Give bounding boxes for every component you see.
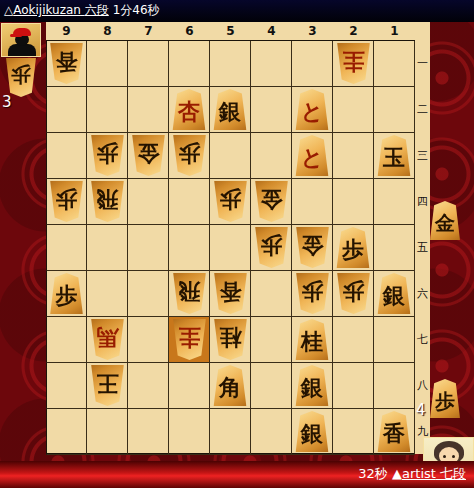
gote-piece-歩-3-6[interactable]: 歩 (294, 273, 331, 314)
square-6-2[interactable]: 杏 (169, 87, 210, 133)
promoted-sente-piece-杏-6-2[interactable]: 杏 (171, 89, 208, 130)
sente-hand-pawn-glyph: 歩 (435, 391, 455, 411)
piece-glyph: 玉 (383, 147, 405, 169)
square-3-3[interactable]: と (292, 133, 333, 179)
gote-piece-飛-8-4[interactable]: 飛 (89, 181, 126, 222)
square-1-3[interactable]: 玉 (374, 133, 415, 179)
promoted-sente-piece-と-3-2[interactable]: と (294, 89, 331, 130)
piece-glyph: 歩 (96, 143, 118, 165)
square-7-5[interactable] (128, 225, 169, 271)
piece-glyph: 香 (219, 281, 241, 303)
piece-glyph: 杏 (178, 101, 200, 123)
square-9-5[interactable] (46, 225, 87, 271)
square-6-3[interactable]: 歩 (169, 133, 210, 179)
sente-rank: 七段 (440, 466, 466, 481)
square-9-9[interactable] (46, 409, 87, 455)
gote-piece-歩-5-4[interactable]: 歩 (212, 181, 249, 222)
square-3-6[interactable]: 歩 (292, 271, 333, 317)
square-4-1[interactable] (251, 41, 292, 87)
square-2-7[interactable] (333, 317, 374, 363)
square-7-6[interactable] (128, 271, 169, 317)
square-1-5[interactable] (374, 225, 415, 271)
piece-glyph: 圭 (342, 51, 364, 73)
gote-piece-歩-4-5[interactable]: 歩 (253, 227, 290, 268)
square-7-8[interactable] (128, 363, 169, 409)
square-2-1[interactable]: 圭 (333, 41, 374, 87)
piece-glyph: 王 (96, 373, 118, 395)
square-1-1[interactable] (374, 41, 415, 87)
sente-name: artist (402, 466, 436, 481)
piece-glyph: 飛 (178, 281, 200, 303)
shogi-app-window: △Aokijikuzan 六段 1分46秒 歩 3 987654321 一二三四… (0, 0, 474, 488)
gote-piece-歩-6-3[interactable]: 歩 (171, 135, 208, 176)
square-8-7[interactable]: 馬 (87, 317, 128, 363)
sente-piece-玉-1-3[interactable]: 玉 (376, 135, 413, 176)
square-4-5[interactable]: 歩 (251, 225, 292, 271)
gote-avatar-cap-brim (10, 34, 22, 37)
file-label-9: 9 (46, 22, 87, 40)
sente-player-link[interactable]: artist 七段 (402, 466, 466, 481)
square-7-1[interactable] (128, 41, 169, 87)
gote-piece-金-4-4[interactable]: 金 (253, 181, 290, 222)
square-7-4[interactable] (128, 179, 169, 225)
piece-glyph: 歩 (342, 239, 364, 261)
file-label-5: 5 (210, 22, 251, 40)
square-1-4[interactable] (374, 179, 415, 225)
gote-piece-歩-9-4[interactable]: 歩 (48, 181, 85, 222)
piece-glyph: 飛 (96, 189, 118, 211)
file-labels: 987654321 (46, 22, 430, 40)
gote-clock: 1分46秒 (113, 3, 160, 17)
sente-piece-歩-2-5[interactable]: 歩 (335, 227, 372, 268)
square-8-9[interactable] (87, 409, 128, 455)
file-label-4: 4 (251, 22, 292, 40)
square-5-3[interactable] (210, 133, 251, 179)
square-2-9[interactable] (333, 409, 374, 455)
rank-label-7: 七 (415, 316, 430, 362)
square-8-6[interactable] (87, 271, 128, 317)
gote-piece-王-8-8[interactable]: 王 (89, 365, 126, 406)
sente-player-bar: 32秒 ▲artist 七段 (0, 461, 474, 488)
sente-piece-桂-3-7[interactable]: 桂 (294, 319, 331, 360)
square-2-4[interactable] (333, 179, 374, 225)
square-5-4[interactable]: 歩 (210, 179, 251, 225)
square-6-4[interactable] (169, 179, 210, 225)
sente-piece-銀-3-8[interactable]: 銀 (294, 365, 331, 406)
promoted-gote-piece-圭-2-1[interactable]: 圭 (335, 43, 372, 84)
square-6-1[interactable] (169, 41, 210, 87)
sente-piece-香-1-9[interactable]: 香 (376, 411, 413, 452)
square-4-2[interactable] (251, 87, 292, 133)
file-label-1: 1 (374, 22, 415, 40)
file-label-3: 3 (292, 22, 333, 40)
gote-player-link[interactable]: Aokijikuzan 六段 (13, 3, 109, 17)
square-4-8[interactable] (251, 363, 292, 409)
square-1-9[interactable]: 香 (374, 409, 415, 455)
sente-piece-歩-9-6[interactable]: 歩 (48, 273, 85, 314)
piece-glyph: 歩 (178, 143, 200, 165)
square-2-2[interactable] (333, 87, 374, 133)
piece-glyph: 歩 (56, 285, 78, 307)
square-1-8[interactable] (374, 363, 415, 409)
square-5-9[interactable] (210, 409, 251, 455)
piece-glyph: 香 (56, 51, 78, 73)
gote-piece-歩-8-3[interactable]: 歩 (89, 135, 126, 176)
square-3-8[interactable]: 銀 (292, 363, 333, 409)
square-2-5[interactable]: 歩 (333, 225, 374, 271)
square-5-6[interactable]: 香 (210, 271, 251, 317)
square-1-2[interactable] (374, 87, 415, 133)
piece-glyph: 銀 (383, 285, 405, 307)
square-8-8[interactable]: 王 (87, 363, 128, 409)
square-5-8[interactable]: 角 (210, 363, 251, 409)
square-8-1[interactable] (87, 41, 128, 87)
sente-piece-銀-3-9[interactable]: 銀 (294, 411, 331, 452)
square-7-2[interactable] (128, 87, 169, 133)
piece-glyph: 銀 (301, 423, 323, 445)
file-label-7: 7 (128, 22, 169, 40)
square-2-8[interactable] (333, 363, 374, 409)
piece-glyph: 桂 (219, 327, 241, 349)
square-6-5[interactable] (169, 225, 210, 271)
square-6-9[interactable] (169, 409, 210, 455)
square-8-3[interactable]: 歩 (87, 133, 128, 179)
square-6-6[interactable]: 飛 (169, 271, 210, 317)
square-4-7[interactable] (251, 317, 292, 363)
square-7-7[interactable] (128, 317, 169, 363)
sente-avatar-eye (443, 455, 446, 458)
file-label-2: 2 (333, 22, 374, 40)
sente-piece-角-5-8[interactable]: 角 (212, 365, 249, 406)
gote-piece-香-5-6[interactable]: 香 (212, 273, 249, 314)
piece-glyph: 歩 (342, 281, 364, 303)
gote-piece-香-9-1[interactable]: 香 (48, 43, 85, 84)
square-1-7[interactable] (374, 317, 415, 363)
square-3-2[interactable]: と (292, 87, 333, 133)
square-6-7[interactable]: 圭 (169, 317, 210, 363)
gote-hand-pawn-count: 3 (2, 93, 12, 111)
square-3-5[interactable]: 金 (292, 225, 333, 271)
piece-glyph: 銀 (219, 101, 241, 123)
shogi-board: 香圭杏銀と歩金歩と玉歩飛歩金歩金歩歩飛香歩歩銀馬圭桂桂王角銀銀香 (46, 40, 415, 454)
gote-piece-金-7-3[interactable]: 金 (130, 135, 167, 176)
piece-glyph: 金 (137, 143, 159, 165)
square-4-9[interactable] (251, 409, 292, 455)
gote-hand-pawn[interactable]: 歩 (4, 58, 38, 97)
square-7-3[interactable]: 金 (128, 133, 169, 179)
gote-piece-飛-6-6[interactable]: 飛 (171, 273, 208, 314)
piece-glyph: 圭 (178, 327, 200, 349)
gote-rank: 六段 (85, 3, 109, 17)
rank-label-1: 一 (415, 40, 430, 86)
gote-piece-桂-5-7[interactable]: 桂 (212, 319, 249, 360)
square-8-5[interactable] (87, 225, 128, 271)
square-3-4[interactable] (292, 179, 333, 225)
piece-glyph: 角 (219, 377, 241, 399)
piece-glyph: 歩 (260, 235, 282, 257)
square-3-1[interactable] (292, 41, 333, 87)
piece-glyph: 金 (301, 235, 323, 257)
square-3-9[interactable]: 銀 (292, 409, 333, 455)
sente-hand-pawn[interactable]: 歩 (428, 379, 462, 418)
square-9-3[interactable] (46, 133, 87, 179)
piece-glyph: 馬 (96, 327, 118, 349)
promoted-sente-piece-と-3-3[interactable]: と (294, 135, 331, 176)
gote-symbol: △ (4, 3, 13, 17)
file-label-8: 8 (87, 22, 128, 40)
square-3-7[interactable]: 桂 (292, 317, 333, 363)
sente-symbol: ▲ (392, 466, 402, 481)
square-2-3[interactable] (333, 133, 374, 179)
gote-player-bar: △Aokijikuzan 六段 1分46秒 (0, 0, 474, 22)
square-9-1[interactable]: 香 (46, 41, 87, 87)
gote-hand-pawn-glyph: 歩 (11, 66, 31, 86)
piece-glyph: 香 (383, 423, 405, 445)
square-5-1[interactable] (210, 41, 251, 87)
sente-clock: 32秒 (358, 466, 388, 481)
square-4-6[interactable] (251, 271, 292, 317)
gote-piece-金-3-5[interactable]: 金 (294, 227, 331, 268)
promoted-gote-piece-圭-6-7[interactable]: 圭 (171, 319, 208, 360)
file-label-6: 6 (169, 22, 210, 40)
square-9-8[interactable] (46, 363, 87, 409)
square-9-7[interactable] (46, 317, 87, 363)
square-1-6[interactable]: 銀 (374, 271, 415, 317)
square-5-2[interactable]: 銀 (210, 87, 251, 133)
square-9-6[interactable]: 歩 (46, 271, 87, 317)
rank-label-6: 六 (415, 270, 430, 316)
sente-hand-pawn-count: 4 (416, 401, 426, 419)
square-6-8[interactable] (169, 363, 210, 409)
piece-glyph: 歩 (56, 189, 78, 211)
gote-name: Aokijikuzan (13, 3, 81, 17)
square-9-2[interactable] (46, 87, 87, 133)
rank-label-3: 三 (415, 132, 430, 178)
piece-glyph: 銀 (301, 377, 323, 399)
square-8-2[interactable] (87, 87, 128, 133)
sente-hand-gold-glyph: 金 (435, 213, 455, 233)
square-9-4[interactable]: 歩 (46, 179, 87, 225)
piece-glyph: 金 (260, 189, 282, 211)
piece-glyph: 歩 (301, 281, 323, 303)
sente-avatar-eye (452, 455, 455, 458)
square-4-4[interactable]: 金 (251, 179, 292, 225)
sente-piece-銀-1-6[interactable]: 銀 (376, 273, 413, 314)
square-5-5[interactable] (210, 225, 251, 271)
gote-piece-歩-2-6[interactable]: 歩 (335, 273, 372, 314)
square-5-7[interactable]: 桂 (210, 317, 251, 363)
square-4-3[interactable] (251, 133, 292, 179)
piece-glyph: 桂 (301, 331, 323, 353)
square-2-6[interactable]: 歩 (333, 271, 374, 317)
promoted-gote-piece-馬-8-7[interactable]: 馬 (89, 319, 126, 360)
piece-glyph: 歩 (219, 189, 241, 211)
piece-glyph: と (301, 147, 324, 169)
piece-glyph: と (301, 101, 324, 123)
square-7-9[interactable] (128, 409, 169, 455)
square-8-4[interactable]: 飛 (87, 179, 128, 225)
sente-hand-gold[interactable]: 金 (428, 201, 462, 240)
sente-piece-銀-5-2[interactable]: 銀 (212, 89, 249, 130)
gote-avatar[interactable] (1, 23, 41, 57)
rank-label-2: 二 (415, 86, 430, 132)
